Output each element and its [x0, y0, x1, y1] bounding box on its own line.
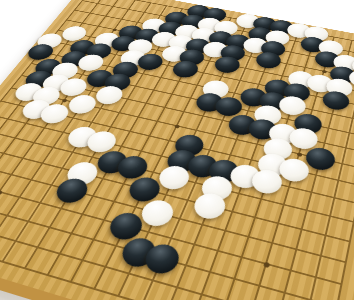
white-stone: [137, 197, 177, 229]
go-board: [0, 0, 354, 300]
go-board-grid: [0, 0, 354, 300]
goban-photo: [0, 0, 354, 300]
